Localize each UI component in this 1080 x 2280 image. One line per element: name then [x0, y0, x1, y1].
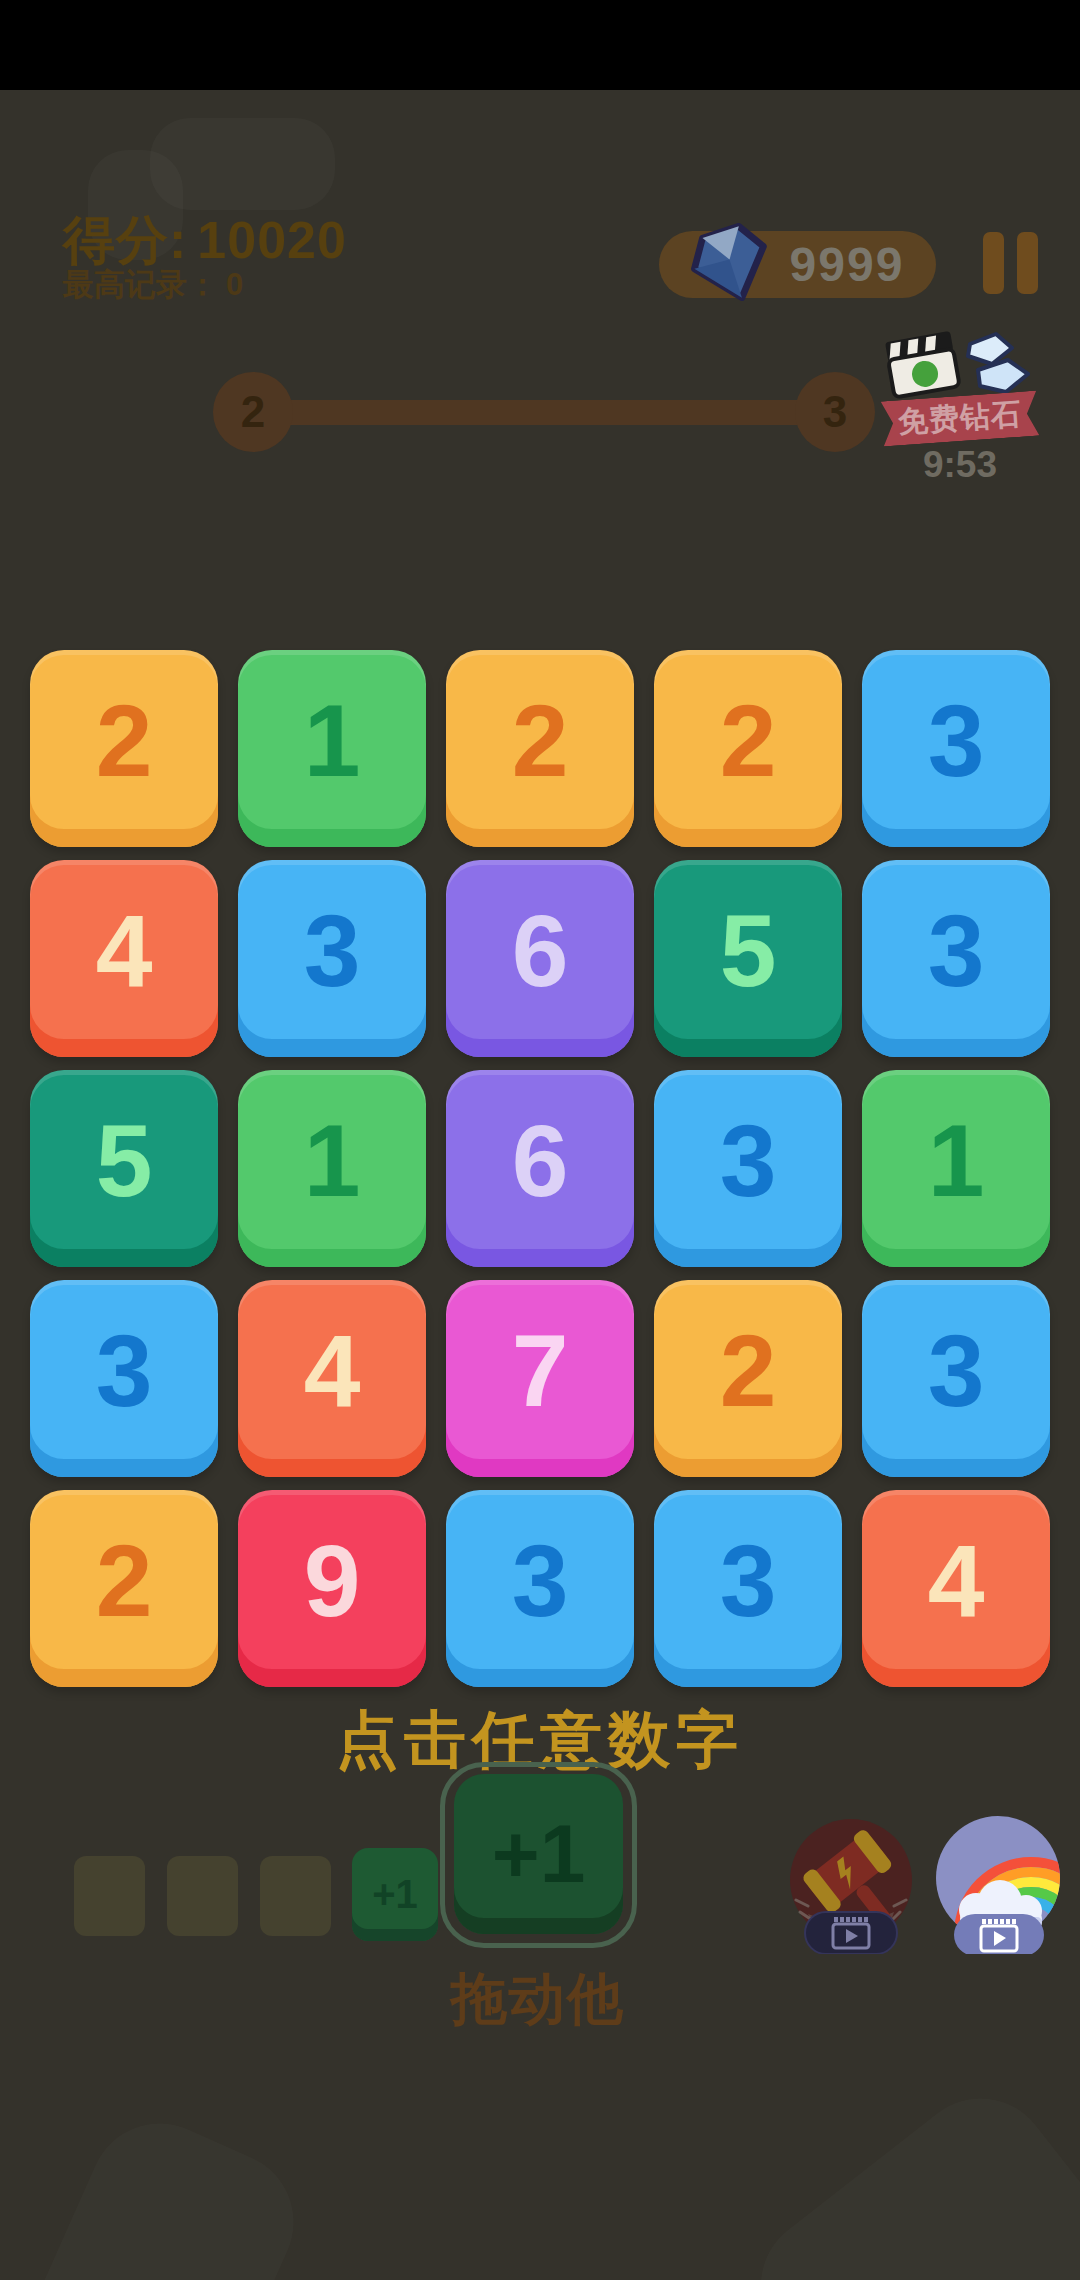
big-plus-one-tile[interactable]: +1 — [454, 1774, 623, 1934]
tile-number: 3 — [512, 1523, 569, 1654]
tile-number: 3 — [928, 893, 985, 1024]
clapperboard-diamonds-icon — [884, 328, 1036, 402]
tile-r2c4[interactable]: 5 — [654, 860, 842, 1057]
tile-r2c2[interactable]: 3 — [238, 860, 426, 1057]
tile-r2c1[interactable]: 4 — [30, 860, 218, 1057]
tile-number: 3 — [928, 1313, 985, 1444]
tray-slot-1 — [74, 1856, 145, 1936]
tile-number: 5 — [720, 893, 777, 1024]
tile-r3c4[interactable]: 3 — [654, 1070, 842, 1267]
tile-r5c2[interactable]: 9 — [238, 1490, 426, 1687]
tile-r2c5[interactable]: 3 — [862, 860, 1050, 1057]
tile-number: 2 — [96, 1523, 153, 1654]
tile-r3c1[interactable]: 5 — [30, 1070, 218, 1267]
plus-tile-tray — [74, 1856, 331, 1936]
tile-number: 2 — [720, 683, 777, 814]
tile-r5c1[interactable]: 2 — [30, 1490, 218, 1687]
tile-number: 3 — [96, 1313, 153, 1444]
hammer-booster-button[interactable] — [788, 1818, 914, 1954]
tile-r1c1[interactable]: 2 — [30, 650, 218, 847]
background-decoration — [0, 2101, 316, 2280]
tile-r1c2[interactable]: 1 — [238, 650, 426, 847]
tile-number: 2 — [512, 683, 569, 814]
drag-hint-text: 拖动他 — [418, 1962, 658, 2038]
score-label: 得分: — [63, 211, 187, 269]
tile-r4c2[interactable]: 4 — [238, 1280, 426, 1477]
background-decoration — [733, 2070, 1080, 2280]
status-bar — [0, 0, 1080, 90]
tile-number: 7 — [512, 1313, 569, 1444]
tile-number: 6 — [512, 893, 569, 1024]
pause-icon — [1017, 232, 1038, 294]
tile-r4c3[interactable]: 7 — [446, 1280, 634, 1477]
level-next: 3 — [795, 372, 875, 452]
tile-number: 3 — [928, 683, 985, 814]
tile-number: 2 — [720, 1313, 777, 1444]
tile-number: 1 — [928, 1103, 985, 1234]
tile-r5c4[interactable]: 3 — [654, 1490, 842, 1687]
tile-number: 1 — [304, 1103, 361, 1234]
tile-r3c2[interactable]: 1 — [238, 1070, 426, 1267]
free-gems-timer: 9:53 — [882, 444, 1038, 486]
tile-r1c5[interactable]: 3 — [862, 650, 1050, 847]
tile-number: 9 — [304, 1523, 361, 1654]
background-decoration — [150, 118, 335, 210]
tile-number: 3 — [304, 893, 361, 1024]
tile-r1c4[interactable]: 2 — [654, 650, 842, 847]
tile-r3c5[interactable]: 1 — [862, 1070, 1050, 1267]
tile-number: 4 — [928, 1523, 985, 1654]
rainbow-cloud-icon — [934, 1816, 1062, 1954]
tray-slot-2 — [167, 1856, 238, 1936]
tile-r4c5[interactable]: 3 — [862, 1280, 1050, 1477]
pause-button[interactable] — [983, 232, 1039, 294]
pause-icon — [983, 232, 1004, 294]
tile-r5c3[interactable]: 3 — [446, 1490, 634, 1687]
tile-number: 5 — [96, 1103, 153, 1234]
gem-icon — [683, 221, 779, 307]
tile-number: 4 — [96, 893, 153, 1024]
tile-number: 1 — [304, 683, 361, 814]
tile-r5c5[interactable]: 4 — [862, 1490, 1050, 1687]
tile-r4c4[interactable]: 2 — [654, 1280, 842, 1477]
tile-number: 4 — [304, 1313, 361, 1444]
tile-number: 6 — [512, 1103, 569, 1234]
tile-r1c3[interactable]: 2 — [446, 650, 634, 847]
game-board: 2122343653516313472329334 — [30, 650, 1050, 1687]
tile-number: 3 — [720, 1523, 777, 1654]
tile-r4c1[interactable]: 3 — [30, 1280, 218, 1477]
tray-slot-3 — [260, 1856, 331, 1936]
game-screen: 得分:10020 最高记录：0 9999 2 3 — [0, 0, 1080, 2280]
tile-r2c3[interactable]: 6 — [446, 860, 634, 1057]
record-value: 0 — [226, 267, 243, 302]
big-plus-one-ring: +1 — [440, 1762, 637, 1948]
record-label: 最高记录： — [63, 267, 218, 302]
small-plus-one-tile[interactable]: +1 — [352, 1848, 438, 1941]
best-score-display: 最高记录：0 — [63, 264, 243, 306]
level-progress-bar — [253, 400, 835, 425]
tile-r3c3[interactable]: 6 — [446, 1070, 634, 1267]
level-current: 2 — [213, 372, 293, 452]
hammer-icon — [788, 1818, 914, 1954]
rainbow-booster-button[interactable] — [934, 1816, 1062, 1954]
tile-number: 3 — [720, 1103, 777, 1234]
tile-number: 2 — [96, 683, 153, 814]
gem-counter[interactable]: 9999 — [659, 231, 936, 298]
gem-count: 9999 — [777, 231, 917, 298]
score-value: 10020 — [197, 211, 347, 269]
